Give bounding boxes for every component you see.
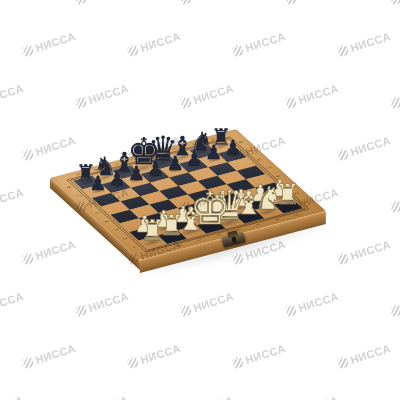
watermark-logo-icon <box>337 45 350 58</box>
watermark: НИССА <box>336 30 391 58</box>
watermark-text: НИССА <box>192 82 235 106</box>
watermark-text: НИССА <box>0 290 25 314</box>
watermark: НИССА <box>179 0 234 6</box>
watermark: НИССА <box>389 394 400 400</box>
watermark-logo-icon <box>75 305 88 318</box>
watermark: НИССА <box>0 82 25 110</box>
watermark: НИССА <box>126 30 181 58</box>
watermark: НИССА <box>284 394 339 400</box>
watermark-logo-icon <box>22 357 35 370</box>
watermark-logo-icon <box>180 97 193 110</box>
watermark: НИССА <box>284 0 339 6</box>
watermark-text: НИССА <box>87 0 130 2</box>
watermark-logo-icon <box>22 45 35 58</box>
watermark-text: НИССА <box>297 394 340 400</box>
watermark-logo-icon <box>232 357 245 370</box>
watermark: НИССА <box>126 342 181 370</box>
watermark-logo-icon <box>285 0 298 5</box>
watermark: НИССА <box>21 134 76 162</box>
watermark: НИССА <box>231 30 286 58</box>
watermark-logo-icon <box>337 149 350 162</box>
watermark-text: НИССА <box>349 30 392 54</box>
watermark: НИССА <box>0 394 25 400</box>
watermark-logo-icon <box>180 305 193 318</box>
watermark-text: НИССА <box>0 394 25 400</box>
watermark-text: НИССА <box>349 238 392 262</box>
watermark-text: НИССА <box>297 82 340 106</box>
watermark-logo-icon <box>75 97 88 110</box>
watermark-logo-icon <box>390 305 400 318</box>
watermark-text: НИССА <box>0 82 25 106</box>
watermark-text: НИССА <box>192 290 235 314</box>
watermark-logo-icon <box>337 253 350 266</box>
watermark: НИССА <box>389 82 400 110</box>
watermark-logo-icon <box>22 149 35 162</box>
watermark-text: НИССА <box>87 82 130 106</box>
watermark-text: НИССА <box>139 30 182 54</box>
watermark-logo-icon <box>390 97 400 110</box>
watermark-text: НИССА <box>34 30 77 54</box>
watermark-logo-icon <box>75 0 88 5</box>
watermark: НИССА <box>0 186 25 214</box>
watermark: НИССА <box>389 0 400 6</box>
watermark-text: НИССА <box>87 290 130 314</box>
watermark-text: НИССА <box>34 134 77 158</box>
watermark-logo-icon <box>127 357 140 370</box>
watermark-logo-icon <box>337 357 350 370</box>
watermark-text: НИССА <box>192 0 235 2</box>
watermark-text: НИССА <box>244 30 287 54</box>
watermark: НИССА <box>389 186 400 214</box>
watermark-logo-icon <box>232 45 245 58</box>
watermark-text: НИССА <box>0 0 25 2</box>
watermark-logo-icon <box>127 45 140 58</box>
watermark: НИССА <box>336 238 391 266</box>
watermark-logo-icon <box>180 0 193 5</box>
watermark: НИССА <box>179 394 234 400</box>
product-photo: hgfedcba hgfedcba 87654321 87654321 ♜♞♝♛… <box>0 0 400 400</box>
watermark: НИССА <box>284 82 339 110</box>
watermark: НИССА <box>336 342 391 370</box>
watermark-text: НИССА <box>192 394 235 400</box>
watermark: НИССА <box>179 290 234 318</box>
watermark: НИССА <box>21 30 76 58</box>
watermark: НИССА <box>74 0 129 6</box>
watermark-text: НИССА <box>139 342 182 366</box>
watermark-text: НИССА <box>87 394 130 400</box>
watermark: НИССА <box>0 0 25 6</box>
watermark-logo-icon <box>22 253 35 266</box>
watermark-text: НИССА <box>297 0 340 2</box>
watermark: НИССА <box>336 134 391 162</box>
watermark: НИССА <box>74 290 129 318</box>
watermark-text: НИССА <box>34 238 77 262</box>
watermark: НИССА <box>21 342 76 370</box>
watermark-text: НИССА <box>0 186 25 210</box>
watermark-text: НИССА <box>34 342 77 366</box>
watermark: НИССА <box>21 238 76 266</box>
watermark-logo-icon <box>390 201 400 214</box>
watermark-text: НИССА <box>349 342 392 366</box>
watermark: НИССА <box>74 394 129 400</box>
watermark: НИССА <box>231 342 286 370</box>
watermark: НИССА <box>389 290 400 318</box>
watermark-logo-icon <box>285 305 298 318</box>
watermark-text: НИССА <box>244 342 287 366</box>
watermark: НИССА <box>0 290 25 318</box>
watermark-logo-icon <box>390 0 400 5</box>
watermark: НИССА <box>74 82 129 110</box>
watermark-text: НИССА <box>297 290 340 314</box>
watermark-text: НИССА <box>349 134 392 158</box>
watermark: НИССА <box>284 290 339 318</box>
watermark: НИССА <box>179 82 234 110</box>
watermark-logo-icon <box>285 97 298 110</box>
